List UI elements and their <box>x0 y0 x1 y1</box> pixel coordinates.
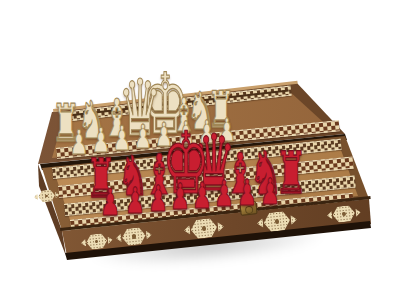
red-pawn: ♟ <box>170 179 190 215</box>
red-pawn: ♟ <box>192 178 212 214</box>
red-pawn: ♟ <box>214 176 234 212</box>
red-pawn: ♟ <box>148 181 168 217</box>
piece-layer: ♜♞♝♛♚♝♞♜♟♟♟♟♟♟♟♟♜♞♝♚♛♝♞♜♟♟♟♟♟♟♟♟ <box>0 0 400 293</box>
red-pawn: ♟ <box>260 174 280 210</box>
red-pawn: ♟ <box>125 183 145 219</box>
photo-stage: ♜♞♝♛♚♝♞♜♟♟♟♟♟♟♟♟♜♞♝♚♛♝♞♜♟♟♟♟♟♟♟♟ <box>0 0 400 293</box>
red-pawn: ♟ <box>237 175 257 211</box>
red-pawn: ♟ <box>100 184 121 221</box>
